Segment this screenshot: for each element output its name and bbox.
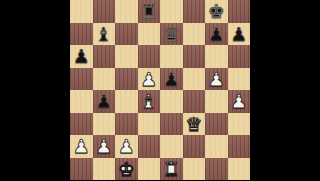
white-pawn[interactable]: ♟ xyxy=(205,68,228,91)
game-screen: ♜♚♝♛♟♟♟♟♟♟♟♝♟♛♟♟♟♚♜ xyxy=(0,0,320,180)
square-g7[interactable]: ♟ xyxy=(205,23,228,46)
chess-board: ♜♚♝♛♟♟♟♟♟♟♟♝♟♛♟♟♟♚♜ xyxy=(70,0,250,180)
square-d3[interactable] xyxy=(138,113,161,136)
square-c6[interactable] xyxy=(115,45,138,68)
square-h6[interactable] xyxy=(228,45,251,68)
square-b7[interactable]: ♝ xyxy=(93,23,116,46)
square-e3[interactable] xyxy=(160,113,183,136)
square-g2[interactable] xyxy=(205,135,228,158)
square-e5[interactable]: ♟ xyxy=(160,68,183,91)
black-rook[interactable]: ♜ xyxy=(138,0,161,23)
square-b5[interactable] xyxy=(93,68,116,91)
square-g3[interactable] xyxy=(205,113,228,136)
square-b1[interactable] xyxy=(93,158,116,181)
white-pawn[interactable]: ♟ xyxy=(228,90,251,113)
square-h5[interactable] xyxy=(228,68,251,91)
square-g1[interactable] xyxy=(205,158,228,181)
square-d1[interactable] xyxy=(138,158,161,181)
square-c3[interactable] xyxy=(115,113,138,136)
square-e6[interactable] xyxy=(160,45,183,68)
square-b2[interactable]: ♟ xyxy=(93,135,116,158)
black-queen[interactable]: ♛ xyxy=(160,23,183,46)
square-g5[interactable]: ♟ xyxy=(205,68,228,91)
square-h8[interactable] xyxy=(228,0,251,23)
right-letterbox xyxy=(250,0,320,180)
square-f4[interactable] xyxy=(183,90,206,113)
square-a7[interactable] xyxy=(70,23,93,46)
square-h1[interactable] xyxy=(228,158,251,181)
square-d7[interactable] xyxy=(138,23,161,46)
square-c1[interactable]: ♚ xyxy=(115,158,138,181)
square-e7[interactable]: ♛ xyxy=(160,23,183,46)
square-d2[interactable] xyxy=(138,135,161,158)
left-letterbox xyxy=(0,0,70,180)
square-b6[interactable] xyxy=(93,45,116,68)
square-e4[interactable] xyxy=(160,90,183,113)
square-d5[interactable]: ♟ xyxy=(138,68,161,91)
square-b3[interactable] xyxy=(93,113,116,136)
square-a5[interactable] xyxy=(70,68,93,91)
square-d6[interactable] xyxy=(138,45,161,68)
square-f6[interactable] xyxy=(183,45,206,68)
square-e1[interactable]: ♜ xyxy=(160,158,183,181)
square-a1[interactable] xyxy=(70,158,93,181)
square-d4[interactable]: ♝ xyxy=(138,90,161,113)
square-e2[interactable] xyxy=(160,135,183,158)
black-bishop[interactable]: ♝ xyxy=(93,23,116,46)
square-a2[interactable]: ♟ xyxy=(70,135,93,158)
square-c8[interactable] xyxy=(115,0,138,23)
square-c7[interactable] xyxy=(115,23,138,46)
square-h4[interactable]: ♟ xyxy=(228,90,251,113)
square-b8[interactable] xyxy=(93,0,116,23)
square-c5[interactable] xyxy=(115,68,138,91)
square-a4[interactable] xyxy=(70,90,93,113)
white-pawn[interactable]: ♟ xyxy=(93,135,116,158)
square-a8[interactable] xyxy=(70,0,93,23)
square-c2[interactable]: ♟ xyxy=(115,135,138,158)
white-bishop[interactable]: ♝ xyxy=(138,90,161,113)
square-f2[interactable] xyxy=(183,135,206,158)
square-g6[interactable] xyxy=(205,45,228,68)
black-pawn[interactable]: ♟ xyxy=(228,23,251,46)
white-rook[interactable]: ♜ xyxy=(160,158,183,181)
square-e8[interactable] xyxy=(160,0,183,23)
square-h3[interactable] xyxy=(228,113,251,136)
square-h7[interactable]: ♟ xyxy=(228,23,251,46)
black-pawn[interactable]: ♟ xyxy=(205,23,228,46)
white-king[interactable]: ♚ xyxy=(115,158,138,181)
white-pawn[interactable]: ♟ xyxy=(70,135,93,158)
black-pawn[interactable]: ♟ xyxy=(93,90,116,113)
square-c4[interactable] xyxy=(115,90,138,113)
square-f8[interactable] xyxy=(183,0,206,23)
square-g8[interactable]: ♚ xyxy=(205,0,228,23)
white-pawn[interactable]: ♟ xyxy=(115,135,138,158)
square-a3[interactable] xyxy=(70,113,93,136)
white-queen[interactable]: ♛ xyxy=(183,113,206,136)
black-pawn[interactable]: ♟ xyxy=(70,45,93,68)
black-king[interactable]: ♚ xyxy=(205,0,228,23)
square-a6[interactable]: ♟ xyxy=(70,45,93,68)
black-pawn[interactable]: ♟ xyxy=(160,68,183,91)
square-f1[interactable] xyxy=(183,158,206,181)
square-f5[interactable] xyxy=(183,68,206,91)
square-f7[interactable] xyxy=(183,23,206,46)
square-g4[interactable] xyxy=(205,90,228,113)
square-d8[interactable]: ♜ xyxy=(138,0,161,23)
square-b4[interactable]: ♟ xyxy=(93,90,116,113)
square-h2[interactable] xyxy=(228,135,251,158)
square-f3[interactable]: ♛ xyxy=(183,113,206,136)
white-pawn[interactable]: ♟ xyxy=(138,68,161,91)
